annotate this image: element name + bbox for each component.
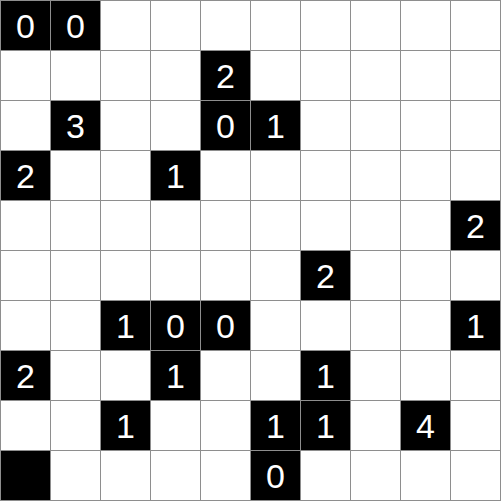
- cell-r8c4-white[interactable]: [201, 401, 250, 450]
- cell-r7c7-white[interactable]: [351, 351, 400, 400]
- cell-r1c5-white[interactable]: [251, 51, 300, 100]
- cell-r5c7-white[interactable]: [351, 251, 400, 300]
- cell-r0c7-white[interactable]: [351, 1, 400, 50]
- cell-r6c5-white[interactable]: [251, 301, 300, 350]
- cell-r8c8-black-clue-4: 4: [401, 401, 450, 450]
- cell-r7c5-white[interactable]: [251, 351, 300, 400]
- cell-r2c2-white[interactable]: [101, 101, 150, 150]
- cell-r2c8-white[interactable]: [401, 101, 450, 150]
- cell-r2c7-white[interactable]: [351, 101, 400, 150]
- cell-r6c8-white[interactable]: [401, 301, 450, 350]
- cell-r8c0-white[interactable]: [1, 401, 50, 450]
- cell-r0c3-white[interactable]: [151, 1, 200, 50]
- cell-r1c7-white[interactable]: [351, 51, 400, 100]
- cell-r9c6-white[interactable]: [301, 451, 350, 500]
- cell-r3c3-black-clue-1: 1: [151, 151, 200, 200]
- cell-r6c1-white[interactable]: [51, 301, 100, 350]
- cell-r0c1-black-clue-0: 0: [51, 1, 100, 50]
- cell-r7c3-black-clue-1: 1: [151, 351, 200, 400]
- cell-r9c5-black-clue-0: 0: [251, 451, 300, 500]
- cell-r5c1-white[interactable]: [51, 251, 100, 300]
- cell-r2c3-white[interactable]: [151, 101, 200, 150]
- cell-r9c3-white[interactable]: [151, 451, 200, 500]
- cell-r8c2-black-clue-1: 1: [101, 401, 150, 450]
- cell-r4c3-white[interactable]: [151, 201, 200, 250]
- cell-r2c5-black-clue-1: 1: [251, 101, 300, 150]
- cell-r4c4-white[interactable]: [201, 201, 250, 250]
- cell-r0c5-white[interactable]: [251, 1, 300, 50]
- cell-r3c5-white[interactable]: [251, 151, 300, 200]
- cell-r5c0-white[interactable]: [1, 251, 50, 300]
- cell-r6c9-black-clue-1: 1: [451, 301, 500, 350]
- cell-r3c9-white[interactable]: [451, 151, 500, 200]
- cell-r1c3-white[interactable]: [151, 51, 200, 100]
- cell-r5c6-black-clue-2: 2: [301, 251, 350, 300]
- cell-r6c7-white[interactable]: [351, 301, 400, 350]
- cell-r8c7-white[interactable]: [351, 401, 400, 450]
- cell-r4c6-white[interactable]: [301, 201, 350, 250]
- cell-r8c5-black-clue-1: 1: [251, 401, 300, 450]
- cell-r2c4-black-clue-0: 0: [201, 101, 250, 150]
- cell-r7c6-black-clue-1: 1: [301, 351, 350, 400]
- cell-r0c8-white[interactable]: [401, 1, 450, 50]
- cell-r6c6-white[interactable]: [301, 301, 350, 350]
- cell-r7c4-white[interactable]: [201, 351, 250, 400]
- cell-r7c2-white[interactable]: [101, 351, 150, 400]
- cell-r1c2-white[interactable]: [101, 51, 150, 100]
- cell-r3c0-black-clue-2: 2: [1, 151, 50, 200]
- cell-r7c9-white[interactable]: [451, 351, 500, 400]
- cell-r8c3-white[interactable]: [151, 401, 200, 450]
- cell-r5c3-white[interactable]: [151, 251, 200, 300]
- cell-r2c9-white[interactable]: [451, 101, 500, 150]
- cell-r9c9-white[interactable]: [451, 451, 500, 500]
- cell-r2c1-black-clue-3: 3: [51, 101, 100, 150]
- cell-r1c1-white[interactable]: [51, 51, 100, 100]
- cell-r3c4-white[interactable]: [201, 151, 250, 200]
- cell-r0c6-white[interactable]: [301, 1, 350, 50]
- cell-r5c2-white[interactable]: [101, 251, 150, 300]
- cell-r4c1-white[interactable]: [51, 201, 100, 250]
- cell-r3c8-white[interactable]: [401, 151, 450, 200]
- cell-r4c2-white[interactable]: [101, 201, 150, 250]
- cell-r6c4-black-clue-0: 0: [201, 301, 250, 350]
- cell-r6c2-black-clue-1: 1: [101, 301, 150, 350]
- cell-r4c5-white[interactable]: [251, 201, 300, 250]
- cell-r9c2-white[interactable]: [101, 451, 150, 500]
- cell-r3c2-white[interactable]: [101, 151, 150, 200]
- cell-r7c0-black-clue-2: 2: [1, 351, 50, 400]
- cell-r2c0-white[interactable]: [1, 101, 50, 150]
- cell-r1c9-white[interactable]: [451, 51, 500, 100]
- cell-r6c3-black-clue-0: 0: [151, 301, 200, 350]
- cell-r8c1-white[interactable]: [51, 401, 100, 450]
- cell-r9c7-white[interactable]: [351, 451, 400, 500]
- cell-r0c0-black-clue-0: 0: [1, 1, 50, 50]
- cell-r4c7-white[interactable]: [351, 201, 400, 250]
- cell-r5c9-white[interactable]: [451, 251, 500, 300]
- akari-board: 0023012122100121111140: [0, 0, 501, 501]
- cell-r0c4-white[interactable]: [201, 1, 250, 50]
- cell-r4c0-white[interactable]: [1, 201, 50, 250]
- cell-r5c4-white[interactable]: [201, 251, 250, 300]
- cell-r4c9-black-clue-2: 2: [451, 201, 500, 250]
- cell-r2c6-white[interactable]: [301, 101, 350, 150]
- cell-r3c7-white[interactable]: [351, 151, 400, 200]
- cell-r4c8-white[interactable]: [401, 201, 450, 250]
- cell-r0c2-white[interactable]: [101, 1, 150, 50]
- cell-r5c5-white[interactable]: [251, 251, 300, 300]
- cell-r1c0-white[interactable]: [1, 51, 50, 100]
- cell-r1c8-white[interactable]: [401, 51, 450, 100]
- cell-r1c4-black-clue-2: 2: [201, 51, 250, 100]
- cell-r3c6-white[interactable]: [301, 151, 350, 200]
- cell-r9c0-black-wall: [1, 451, 50, 500]
- cell-r3c1-white[interactable]: [51, 151, 100, 200]
- cell-r1c6-white[interactable]: [301, 51, 350, 100]
- cell-r9c4-white[interactable]: [201, 451, 250, 500]
- cell-r0c9-white[interactable]: [451, 1, 500, 50]
- cell-r7c1-white[interactable]: [51, 351, 100, 400]
- cell-r6c0-white[interactable]: [1, 301, 50, 350]
- cell-r8c9-white[interactable]: [451, 401, 500, 450]
- cell-r5c8-white[interactable]: [401, 251, 450, 300]
- cell-r9c1-white[interactable]: [51, 451, 100, 500]
- cell-r7c8-white[interactable]: [401, 351, 450, 400]
- cell-r8c6-black-clue-1: 1: [301, 401, 350, 450]
- cell-r9c8-white[interactable]: [401, 451, 450, 500]
